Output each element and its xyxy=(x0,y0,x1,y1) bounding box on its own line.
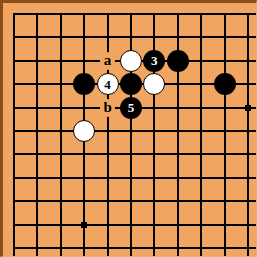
black-stone: 5 xyxy=(120,97,142,119)
stone-black xyxy=(72,72,95,95)
stone-white xyxy=(119,49,142,72)
stone-white xyxy=(143,72,166,95)
star-point xyxy=(72,213,95,236)
point-label-text: b xyxy=(100,99,115,117)
stone-black-move-5: 5 xyxy=(119,96,142,119)
stone-black xyxy=(166,49,189,72)
stone-black-move-3: 3 xyxy=(143,49,166,72)
star-point xyxy=(236,96,257,119)
white-stone xyxy=(120,50,142,72)
point-label-b: b xyxy=(96,96,119,119)
black-stone xyxy=(214,73,236,95)
star-point-marker xyxy=(245,105,251,111)
white-stone: 4 xyxy=(97,73,119,95)
stone-black xyxy=(119,72,142,95)
point-label-text: a xyxy=(100,52,115,70)
black-stone xyxy=(73,73,95,95)
go-board-diagram[interactable]: ab345 xyxy=(0,0,257,257)
black-stone xyxy=(120,73,142,95)
board-points-grid: ab345 xyxy=(2,2,257,257)
stone-white xyxy=(72,119,95,142)
point-label-a: a xyxy=(96,49,119,72)
black-stone xyxy=(167,50,189,72)
white-stone xyxy=(143,73,165,95)
white-stone xyxy=(73,120,95,142)
stone-white-move-4: 4 xyxy=(96,72,119,95)
stone-black xyxy=(213,72,236,95)
star-point-marker xyxy=(81,222,87,228)
black-stone: 3 xyxy=(143,50,165,72)
